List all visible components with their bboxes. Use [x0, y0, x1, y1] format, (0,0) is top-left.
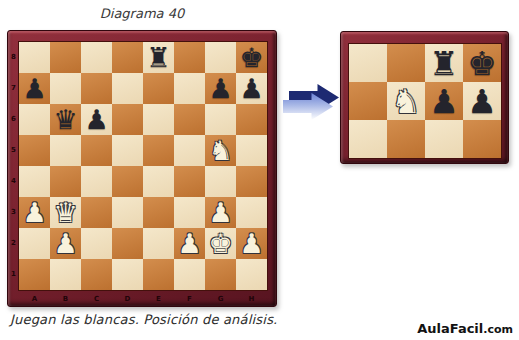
square-g2: ♚ [205, 228, 236, 259]
white-queen-b3: ♛ [50, 197, 81, 228]
square-f2: ♟ [174, 228, 205, 259]
white-king-g2: ♚ [205, 228, 236, 259]
white-pawn-h2: ♟ [236, 228, 267, 259]
square-f5 [174, 135, 205, 166]
brand-tld: .com [483, 323, 513, 336]
square-a5 [19, 135, 50, 166]
brand-logo: AulaFacil.com [417, 318, 513, 337]
square-c5 [81, 135, 112, 166]
black-pawn-h7: ♟ [236, 73, 267, 104]
square-g3: ♟ [205, 197, 236, 228]
square-a1 [19, 259, 50, 290]
square-h2: ♟ [236, 228, 267, 259]
square-a2 [19, 228, 50, 259]
square-a6 [19, 104, 50, 135]
square-g7: ♟ [205, 73, 236, 104]
square-h6 [463, 120, 501, 158]
black-king-h8: ♚ [463, 44, 501, 82]
square-f7 [174, 73, 205, 104]
square-g5: ♞ [205, 135, 236, 166]
brand-name: AulaFacil [417, 321, 483, 336]
main-board-squares: ♜♚♟♟♟♛♟♞♟♛♟♟♟♚♟ [19, 42, 267, 290]
square-b8 [50, 42, 81, 73]
square-c1 [81, 259, 112, 290]
square-g6 [425, 120, 463, 158]
square-c8 [81, 42, 112, 73]
square-e7 [349, 82, 387, 120]
black-queen-b6: ♛ [50, 104, 81, 135]
white-pawn-f2: ♟ [174, 228, 205, 259]
square-h3 [236, 197, 267, 228]
black-pawn-g7: ♟ [425, 82, 463, 120]
square-h5 [236, 135, 267, 166]
square-d8 [112, 42, 143, 73]
square-e4 [143, 166, 174, 197]
square-f4 [174, 166, 205, 197]
square-a4 [19, 166, 50, 197]
black-king-h8: ♚ [236, 42, 267, 73]
black-pawn-c6: ♟ [81, 104, 112, 135]
square-b5 [50, 135, 81, 166]
rank-label-6: 6 [9, 104, 18, 135]
square-f8 [174, 42, 205, 73]
square-b3: ♛ [50, 197, 81, 228]
file-label-a: A [19, 292, 50, 306]
black-rook-g8: ♜ [425, 44, 463, 82]
square-d2 [112, 228, 143, 259]
square-c2 [81, 228, 112, 259]
black-pawn-a7: ♟ [19, 73, 50, 104]
file-label-d: D [112, 292, 143, 306]
square-d7 [112, 73, 143, 104]
square-h4 [236, 166, 267, 197]
white-pawn-b2: ♟ [50, 228, 81, 259]
file-label-b: B [50, 292, 81, 306]
square-g6 [205, 104, 236, 135]
black-pawn-h7: ♟ [463, 82, 501, 120]
square-c7 [81, 73, 112, 104]
square-e8: ♜ [143, 42, 174, 73]
square-g8: ♜ [425, 44, 463, 82]
square-g8 [205, 42, 236, 73]
square-c3 [81, 197, 112, 228]
rank-label-7: 7 [9, 73, 18, 104]
white-pawn-g3: ♟ [205, 197, 236, 228]
square-h1 [236, 259, 267, 290]
file-label-e: E [143, 292, 174, 306]
square-g1 [205, 259, 236, 290]
square-h6 [236, 104, 267, 135]
file-label-f: F [174, 292, 205, 306]
square-a7: ♟ [19, 73, 50, 104]
white-knight-f7: ♞ [387, 82, 425, 120]
square-e5 [143, 135, 174, 166]
square-g4 [205, 166, 236, 197]
white-pawn-a3: ♟ [19, 197, 50, 228]
rank-label-4: 4 [9, 166, 18, 197]
square-f3 [174, 197, 205, 228]
square-b1 [50, 259, 81, 290]
square-e6 [349, 120, 387, 158]
square-d1 [112, 259, 143, 290]
detail-chess-board: ♜♚♞♟♟ [340, 31, 509, 164]
square-f7: ♞ [387, 82, 425, 120]
square-h7: ♟ [463, 82, 501, 120]
square-f6 [174, 104, 205, 135]
square-a3: ♟ [19, 197, 50, 228]
square-e2 [143, 228, 174, 259]
detail-board-squares: ♜♚♞♟♟ [349, 44, 501, 158]
square-e8 [349, 44, 387, 82]
rank-label-8: 8 [9, 42, 18, 73]
square-f1 [174, 259, 205, 290]
black-rook-e8: ♜ [143, 42, 174, 73]
rank-label-3: 3 [9, 197, 18, 228]
square-b4 [50, 166, 81, 197]
square-b2: ♟ [50, 228, 81, 259]
file-label-c: C [81, 292, 112, 306]
square-h8: ♚ [463, 44, 501, 82]
rank-label-2: 2 [9, 228, 18, 259]
square-d3 [112, 197, 143, 228]
right-arrow-icon [283, 84, 341, 122]
square-f8 [387, 44, 425, 82]
square-d6 [112, 104, 143, 135]
caption: Juegan las blancas. Posición de análisis… [10, 312, 277, 327]
square-g7: ♟ [425, 82, 463, 120]
diagram-title: Diagrama 40 [7, 6, 277, 21]
square-e6 [143, 104, 174, 135]
square-e7 [143, 73, 174, 104]
square-h8: ♚ [236, 42, 267, 73]
square-e3 [143, 197, 174, 228]
file-label-h: H [236, 292, 267, 306]
square-b6: ♛ [50, 104, 81, 135]
rank-label-1: 1 [9, 259, 18, 290]
square-c6: ♟ [81, 104, 112, 135]
white-knight-g5: ♞ [205, 135, 236, 166]
square-h7: ♟ [236, 73, 267, 104]
rank-label-5: 5 [9, 135, 18, 166]
file-label-g: G [205, 292, 236, 306]
square-b7 [50, 73, 81, 104]
square-e1 [143, 259, 174, 290]
square-f6 [387, 120, 425, 158]
main-chess-board: ♜♚♟♟♟♛♟♞♟♛♟♟♟♚♟ 87654321ABCDEFGH [7, 30, 277, 307]
square-a8 [19, 42, 50, 73]
square-c4 [81, 166, 112, 197]
square-d5 [112, 135, 143, 166]
black-pawn-g7: ♟ [205, 73, 236, 104]
square-d4 [112, 166, 143, 197]
